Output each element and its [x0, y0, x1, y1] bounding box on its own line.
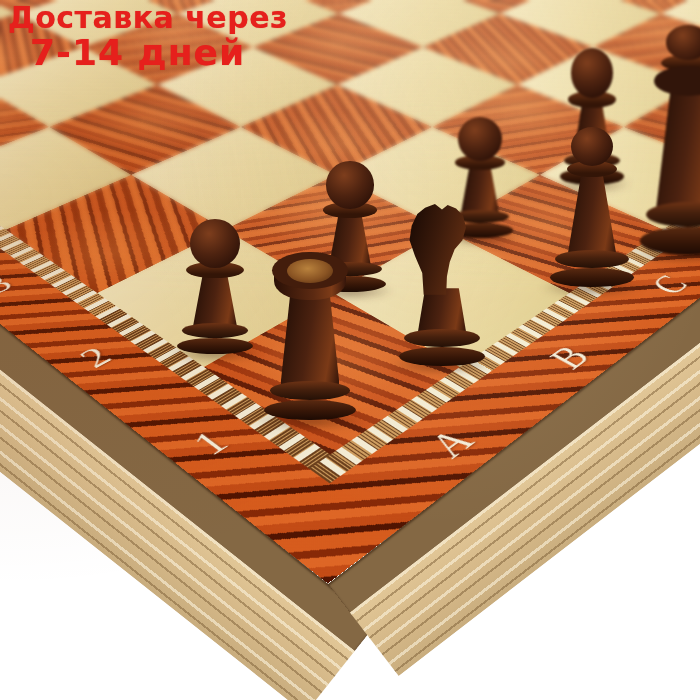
queen-head — [666, 25, 700, 60]
pawn-b2 — [177, 338, 253, 354]
bishop-b1 — [555, 250, 629, 268]
knight-b2 — [399, 347, 485, 366]
knight-head — [407, 204, 478, 295]
pawn-head — [571, 48, 613, 98]
piece-pawn-a2 — [177, 218, 253, 354]
pawn-head — [190, 219, 240, 268]
promo-line-2: 7-14 дней — [30, 34, 288, 72]
queen-body — [656, 92, 700, 207]
queen-b1 — [646, 202, 700, 227]
piece-bishop-c1 — [550, 127, 634, 289]
promo-overlay: Доставка через 7-14 дней — [8, 2, 288, 72]
piece-rook-a1 — [264, 252, 356, 422]
piece-knight-b1 — [399, 204, 485, 366]
knight-body — [418, 288, 466, 332]
queen-bulge — [654, 66, 700, 96]
pawn-head — [458, 117, 502, 161]
bishop-head — [571, 127, 613, 166]
piece-queen-d1 — [640, 25, 700, 255]
rook-head — [272, 252, 347, 289]
knight-b1 — [404, 329, 480, 347]
pawn-head — [326, 161, 374, 209]
promo-line-1: Доставка через — [8, 2, 288, 34]
rook-body — [281, 296, 340, 384]
pawn-b1 — [182, 323, 249, 338]
product-photo-stage: 1A2B3C4D5E6F7G8H Доставка через 7-14 дне… — [0, 0, 700, 700]
pawn-body — [193, 275, 237, 327]
bishop-body — [568, 174, 617, 255]
rook-b1 — [270, 381, 351, 400]
